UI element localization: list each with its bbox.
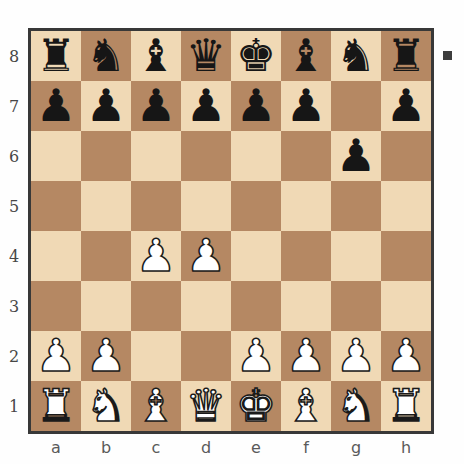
file-label-a: a bbox=[31, 435, 81, 459]
square-a4[interactable] bbox=[31, 231, 81, 281]
square-c3[interactable] bbox=[131, 281, 181, 331]
turn-indicator-black-to-move bbox=[443, 51, 452, 60]
rank-label-4: 4 bbox=[0, 231, 28, 281]
black-pawn-h7[interactable]: ♟ bbox=[386, 83, 426, 128]
square-b3[interactable] bbox=[81, 281, 131, 331]
square-c5[interactable] bbox=[131, 181, 181, 231]
white-pawn-f2[interactable]: ♟ bbox=[286, 333, 326, 378]
square-f8[interactable]: ♝ bbox=[281, 31, 331, 81]
square-c2[interactable] bbox=[131, 331, 181, 381]
square-f7[interactable]: ♟ bbox=[281, 81, 331, 131]
black-pawn-a7[interactable]: ♟ bbox=[36, 83, 76, 128]
rank-label-5: 5 bbox=[0, 181, 28, 231]
file-label-g: g bbox=[331, 435, 381, 459]
black-rook-h8[interactable]: ♜ bbox=[386, 33, 426, 78]
square-c8[interactable]: ♝ bbox=[131, 31, 181, 81]
square-g8[interactable]: ♞ bbox=[331, 31, 381, 81]
square-a5[interactable] bbox=[31, 181, 81, 231]
square-b5[interactable] bbox=[81, 181, 131, 231]
square-g3[interactable] bbox=[331, 281, 381, 331]
rank-label-7: 7 bbox=[0, 81, 28, 131]
square-d2[interactable] bbox=[181, 331, 231, 381]
square-a8[interactable]: ♜ bbox=[31, 31, 81, 81]
square-b1[interactable]: ♞ bbox=[81, 381, 131, 431]
square-b7[interactable]: ♟ bbox=[81, 81, 131, 131]
square-e1[interactable]: ♚ bbox=[231, 381, 281, 431]
file-label-c: c bbox=[131, 435, 181, 459]
square-e3[interactable] bbox=[231, 281, 281, 331]
square-d1[interactable]: ♛ bbox=[181, 381, 231, 431]
square-c7[interactable]: ♟ bbox=[131, 81, 181, 131]
square-a2[interactable]: ♟ bbox=[31, 331, 81, 381]
black-knight-b8[interactable]: ♞ bbox=[86, 33, 126, 78]
file-label-b: b bbox=[81, 435, 131, 459]
square-g5[interactable] bbox=[331, 181, 381, 231]
square-e7[interactable]: ♟ bbox=[231, 81, 281, 131]
white-king-e1[interactable]: ♚ bbox=[236, 383, 276, 428]
file-label-f: f bbox=[281, 435, 331, 459]
square-h1[interactable]: ♜ bbox=[381, 381, 431, 431]
white-rook-a1[interactable]: ♜ bbox=[36, 383, 76, 428]
square-b4[interactable] bbox=[81, 231, 131, 281]
white-pawn-b2[interactable]: ♟ bbox=[86, 333, 126, 378]
square-h3[interactable] bbox=[381, 281, 431, 331]
square-f5[interactable] bbox=[281, 181, 331, 231]
white-bishop-f1[interactable]: ♝ bbox=[286, 383, 326, 428]
black-queen-d8[interactable]: ♛ bbox=[186, 33, 226, 78]
square-d3[interactable] bbox=[181, 281, 231, 331]
square-b2[interactable]: ♟ bbox=[81, 331, 131, 381]
black-pawn-f7[interactable]: ♟ bbox=[286, 83, 326, 128]
square-d8[interactable]: ♛ bbox=[181, 31, 231, 81]
rank-label-1: 1 bbox=[0, 381, 28, 431]
square-d5[interactable] bbox=[181, 181, 231, 231]
black-pawn-b7[interactable]: ♟ bbox=[86, 83, 126, 128]
square-d7[interactable]: ♟ bbox=[181, 81, 231, 131]
square-a7[interactable]: ♟ bbox=[31, 81, 81, 131]
white-queen-d1[interactable]: ♛ bbox=[186, 383, 226, 428]
rank-label-3: 3 bbox=[0, 281, 28, 331]
white-pawn-c4[interactable]: ♟ bbox=[136, 233, 176, 278]
white-rook-h1[interactable]: ♜ bbox=[386, 383, 426, 428]
square-b8[interactable]: ♞ bbox=[81, 31, 131, 81]
square-d6[interactable] bbox=[181, 131, 231, 181]
black-pawn-e7[interactable]: ♟ bbox=[236, 83, 276, 128]
square-g6[interactable]: ♟ bbox=[331, 131, 381, 181]
square-g4[interactable] bbox=[331, 231, 381, 281]
square-c4[interactable]: ♟ bbox=[131, 231, 181, 281]
square-g2[interactable]: ♟ bbox=[331, 331, 381, 381]
rank-label-8: 8 bbox=[0, 31, 28, 81]
square-f2[interactable]: ♟ bbox=[281, 331, 331, 381]
square-a1[interactable]: ♜ bbox=[31, 381, 81, 431]
square-f6[interactable] bbox=[281, 131, 331, 181]
square-e8[interactable]: ♚ bbox=[231, 31, 281, 81]
square-e2[interactable]: ♟ bbox=[231, 331, 281, 381]
square-g7[interactable] bbox=[331, 81, 381, 131]
rank-label-2: 2 bbox=[0, 331, 28, 381]
square-f3[interactable] bbox=[281, 281, 331, 331]
square-f1[interactable]: ♝ bbox=[281, 381, 331, 431]
file-label-h: h bbox=[381, 435, 431, 459]
square-d4[interactable]: ♟ bbox=[181, 231, 231, 281]
square-c6[interactable] bbox=[131, 131, 181, 181]
black-pawn-c7[interactable]: ♟ bbox=[136, 83, 176, 128]
chess-app-screen: 87654321 ♜♞♝♛♚♝♞♜♟♟♟♟♟♟♟♟♟♟♟♟♟♟♟♟♜♞♝♛♚♝♞… bbox=[0, 0, 464, 464]
square-a3[interactable] bbox=[31, 281, 81, 331]
square-b6[interactable] bbox=[81, 131, 131, 181]
white-bishop-c1[interactable]: ♝ bbox=[136, 383, 176, 428]
white-knight-b1[interactable]: ♞ bbox=[86, 383, 126, 428]
white-pawn-e2[interactable]: ♟ bbox=[236, 333, 276, 378]
square-c1[interactable]: ♝ bbox=[131, 381, 181, 431]
black-knight-g8[interactable]: ♞ bbox=[336, 33, 376, 78]
black-pawn-d7[interactable]: ♟ bbox=[186, 83, 226, 128]
white-pawn-g2[interactable]: ♟ bbox=[336, 333, 376, 378]
square-e4[interactable] bbox=[231, 231, 281, 281]
black-bishop-c8[interactable]: ♝ bbox=[136, 33, 176, 78]
square-f4[interactable] bbox=[281, 231, 331, 281]
square-h4[interactable] bbox=[381, 231, 431, 281]
file-label-d: d bbox=[181, 435, 231, 459]
white-pawn-h2[interactable]: ♟ bbox=[386, 333, 426, 378]
black-bishop-f8[interactable]: ♝ bbox=[286, 33, 326, 78]
rank-label-6: 6 bbox=[0, 131, 28, 181]
square-h6[interactable] bbox=[381, 131, 431, 181]
square-h7[interactable]: ♟ bbox=[381, 81, 431, 131]
square-h8[interactable]: ♜ bbox=[381, 31, 431, 81]
square-h5[interactable] bbox=[381, 181, 431, 231]
rank-labels: 87654321 bbox=[0, 31, 28, 431]
square-e5[interactable] bbox=[231, 181, 281, 231]
board-frame: ♜♞♝♛♚♝♞♜♟♟♟♟♟♟♟♟♟♟♟♟♟♟♟♟♜♞♝♛♚♝♞♜ bbox=[28, 28, 434, 434]
square-h2[interactable]: ♟ bbox=[381, 331, 431, 381]
black-rook-a8[interactable]: ♜ bbox=[36, 33, 76, 78]
file-labels: abcdefgh bbox=[31, 435, 431, 459]
square-g1[interactable]: ♞ bbox=[331, 381, 381, 431]
white-pawn-d4[interactable]: ♟ bbox=[186, 233, 226, 278]
white-pawn-a2[interactable]: ♟ bbox=[36, 333, 76, 378]
file-label-e: e bbox=[231, 435, 281, 459]
chess-board: ♜♞♝♛♚♝♞♜♟♟♟♟♟♟♟♟♟♟♟♟♟♟♟♟♜♞♝♛♚♝♞♜ bbox=[31, 31, 431, 431]
black-pawn-g6[interactable]: ♟ bbox=[336, 133, 376, 178]
black-king-e8[interactable]: ♚ bbox=[236, 33, 276, 78]
white-knight-g1[interactable]: ♞ bbox=[336, 383, 376, 428]
square-a6[interactable] bbox=[31, 131, 81, 181]
square-e6[interactable] bbox=[231, 131, 281, 181]
